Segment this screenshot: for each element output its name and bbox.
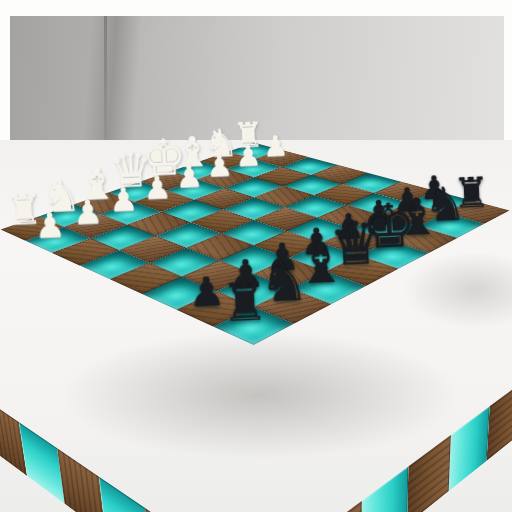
black-rook-a8[interactable]: ♜: [215, 276, 274, 330]
board-shadow: [60, 330, 460, 460]
photo-canvas: ♜♟♟♜♞♟♟♞♝♟♟♝♚♟♟♚♛♟♟♛♝♟♟♝♞♟♟♞♜♟♟♜: [0, 0, 512, 512]
white-pawn-a2[interactable]: ♟: [26, 207, 74, 243]
wall-corner-seam: [104, 16, 107, 158]
board-shadow-right: [400, 250, 512, 330]
